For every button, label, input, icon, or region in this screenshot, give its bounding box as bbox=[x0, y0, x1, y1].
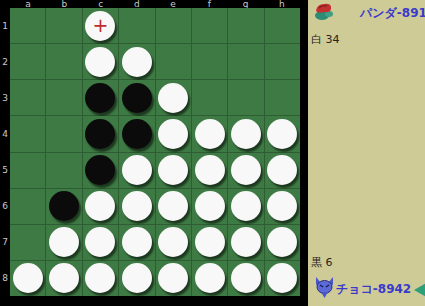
reversi-app: abcdefgh 12345678 + パンダ-8910 白 34 黒 6 bbox=[0, 0, 425, 306]
cell-h3[interactable] bbox=[265, 80, 300, 115]
cell-g4[interactable] bbox=[228, 116, 263, 151]
white-disc-e3 bbox=[158, 83, 188, 113]
cell-f7[interactable] bbox=[192, 225, 227, 260]
cell-d5[interactable] bbox=[119, 153, 154, 188]
white-disc-f5 bbox=[195, 155, 225, 185]
cell-h8[interactable] bbox=[265, 261, 300, 296]
cell-h6[interactable] bbox=[265, 189, 300, 224]
cell-h4[interactable] bbox=[265, 116, 300, 151]
row-label-6: 6 bbox=[0, 188, 10, 224]
white-score: 白 34 bbox=[308, 25, 425, 47]
cell-e1[interactable] bbox=[156, 8, 191, 43]
white-disc-e6 bbox=[158, 191, 188, 221]
black-disc-c3 bbox=[85, 83, 115, 113]
panda-avatar-icon bbox=[313, 2, 336, 25]
cell-a3[interactable] bbox=[10, 80, 45, 115]
white-disc-h4 bbox=[267, 119, 297, 149]
white-disc-c7 bbox=[85, 227, 115, 257]
cell-f8[interactable] bbox=[192, 261, 227, 296]
cell-a5[interactable] bbox=[10, 153, 45, 188]
cell-g1[interactable] bbox=[228, 8, 263, 43]
white-disc-h7 bbox=[267, 227, 297, 257]
white-disc-b8 bbox=[49, 263, 79, 293]
cell-d3[interactable] bbox=[119, 80, 154, 115]
cell-a2[interactable] bbox=[10, 44, 45, 79]
white-disc-c1: + bbox=[85, 11, 115, 41]
cell-f3[interactable] bbox=[192, 80, 227, 115]
cell-e4[interactable] bbox=[156, 116, 191, 151]
white-disc-c8 bbox=[85, 263, 115, 293]
white-disc-a8 bbox=[13, 263, 43, 293]
devil-avatar-icon bbox=[313, 277, 336, 302]
bottom-block: 黒 6 チョコ-8942 bbox=[308, 255, 425, 306]
row-label-2: 2 bbox=[0, 44, 10, 80]
cell-f1[interactable] bbox=[192, 8, 227, 43]
row-label-1: 1 bbox=[0, 8, 10, 44]
white-disc-d7 bbox=[122, 227, 152, 257]
last-move-marker: + bbox=[92, 16, 108, 35]
white-player-row: パンダ-8910 bbox=[308, 0, 425, 25]
cell-g8[interactable] bbox=[228, 261, 263, 296]
white-disc-d2 bbox=[122, 47, 152, 77]
cell-c3[interactable] bbox=[83, 80, 118, 115]
cell-h2[interactable] bbox=[265, 44, 300, 79]
white-disc-f7 bbox=[195, 227, 225, 257]
cell-b8[interactable] bbox=[46, 261, 81, 296]
black-disc-d3 bbox=[122, 83, 152, 113]
cell-c7[interactable] bbox=[83, 225, 118, 260]
white-disc-f6 bbox=[195, 191, 225, 221]
cell-f6[interactable] bbox=[192, 189, 227, 224]
white-disc-e5 bbox=[158, 155, 188, 185]
cell-a1[interactable] bbox=[10, 8, 45, 43]
white-disc-e4 bbox=[158, 119, 188, 149]
cell-e8[interactable] bbox=[156, 261, 191, 296]
black-disc-d4 bbox=[122, 119, 152, 149]
cell-b3[interactable] bbox=[46, 80, 81, 115]
white-disc-h5 bbox=[267, 155, 297, 185]
cell-g3[interactable] bbox=[228, 80, 263, 115]
white-disc-f8 bbox=[195, 263, 225, 293]
cell-c1[interactable]: + bbox=[83, 8, 118, 43]
cell-c8[interactable] bbox=[83, 261, 118, 296]
white-disc-h8 bbox=[267, 263, 297, 293]
cell-h1[interactable] bbox=[265, 8, 300, 43]
cell-d6[interactable] bbox=[119, 189, 154, 224]
cell-f5[interactable] bbox=[192, 153, 227, 188]
black-player-row: チョコ-8942 bbox=[308, 275, 425, 302]
cell-b7[interactable] bbox=[46, 225, 81, 260]
cell-a6[interactable] bbox=[10, 189, 45, 224]
cell-b6[interactable] bbox=[46, 189, 81, 224]
row-label-8: 8 bbox=[0, 260, 10, 296]
white-disc-f4 bbox=[195, 119, 225, 149]
board-grid: + bbox=[10, 8, 300, 296]
cell-g2[interactable] bbox=[228, 44, 263, 79]
white-disc-g4 bbox=[231, 119, 261, 149]
white-disc-b7 bbox=[49, 227, 79, 257]
white-disc-g5 bbox=[231, 155, 261, 185]
white-disc-d8 bbox=[122, 263, 152, 293]
cell-g5[interactable] bbox=[228, 153, 263, 188]
white-disc-e7 bbox=[158, 227, 188, 257]
black-player-name: チョコ-8942 bbox=[336, 281, 411, 298]
cell-d4[interactable] bbox=[119, 116, 154, 151]
white-disc-c6 bbox=[85, 191, 115, 221]
white-disc-d6 bbox=[122, 191, 152, 221]
cell-a7[interactable] bbox=[10, 225, 45, 260]
cell-d2[interactable] bbox=[119, 44, 154, 79]
cell-f2[interactable] bbox=[192, 44, 227, 79]
cell-d7[interactable] bbox=[119, 225, 154, 260]
black-score: 黒 6 bbox=[308, 255, 425, 275]
white-disc-e8 bbox=[158, 263, 188, 293]
cell-c2[interactable] bbox=[83, 44, 118, 79]
black-disc-c5 bbox=[85, 155, 115, 185]
cell-f4[interactable] bbox=[192, 116, 227, 151]
white-disc-c2 bbox=[85, 47, 115, 77]
row-label-3: 3 bbox=[0, 80, 10, 116]
cell-c6[interactable] bbox=[83, 189, 118, 224]
white-disc-g7 bbox=[231, 227, 261, 257]
row-label-5: 5 bbox=[0, 152, 10, 188]
cell-e3[interactable] bbox=[156, 80, 191, 115]
row-label-7: 7 bbox=[0, 224, 10, 260]
sidebar: パンダ-8910 白 34 黒 6 チョコ-8942 bbox=[308, 0, 425, 306]
cell-c4[interactable] bbox=[83, 116, 118, 151]
cell-b5[interactable] bbox=[46, 153, 81, 188]
cell-d1[interactable] bbox=[119, 8, 154, 43]
cell-e5[interactable] bbox=[156, 153, 191, 188]
cell-e6[interactable] bbox=[156, 189, 191, 224]
cell-g7[interactable] bbox=[228, 225, 263, 260]
row-labels: 12345678 bbox=[0, 8, 10, 296]
cell-b2[interactable] bbox=[46, 44, 81, 79]
cell-g6[interactable] bbox=[228, 189, 263, 224]
cell-h5[interactable] bbox=[265, 153, 300, 188]
white-disc-d5 bbox=[122, 155, 152, 185]
row-label-4: 4 bbox=[0, 116, 10, 152]
cell-a8[interactable] bbox=[10, 261, 45, 296]
cell-e7[interactable] bbox=[156, 225, 191, 260]
cell-b4[interactable] bbox=[46, 116, 81, 151]
cell-a4[interactable] bbox=[10, 116, 45, 151]
col-labels: abcdefgh bbox=[10, 0, 300, 8]
black-disc-c4 bbox=[85, 119, 115, 149]
turn-indicator-arrow bbox=[414, 282, 425, 298]
white-disc-g6 bbox=[231, 191, 261, 221]
cell-h7[interactable] bbox=[265, 225, 300, 260]
cell-b1[interactable] bbox=[46, 8, 81, 43]
board-panel: abcdefgh 12345678 + bbox=[0, 0, 308, 306]
cell-d8[interactable] bbox=[119, 261, 154, 296]
cell-e2[interactable] bbox=[156, 44, 191, 79]
black-disc-b6 bbox=[49, 191, 79, 221]
white-disc-g8 bbox=[231, 263, 261, 293]
white-player-name: パンダ-8910 bbox=[360, 5, 425, 22]
cell-c5[interactable] bbox=[83, 153, 118, 188]
white-disc-h6 bbox=[267, 191, 297, 221]
